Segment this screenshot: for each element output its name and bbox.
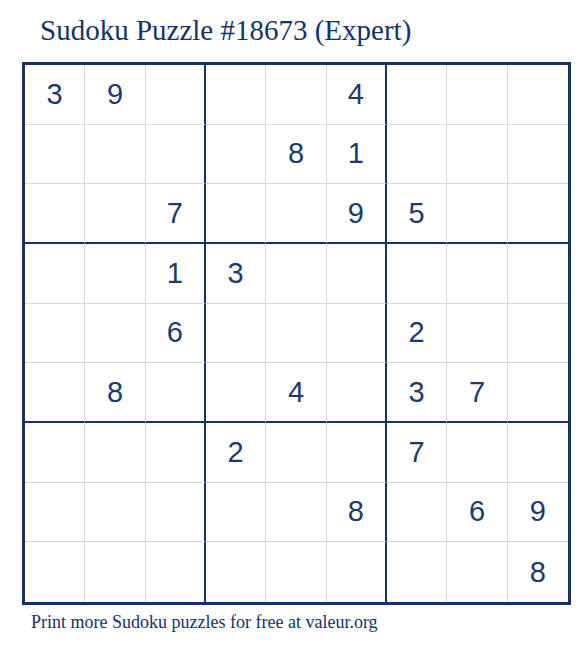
cell-r9c7 (387, 542, 447, 602)
cell-r7c1 (25, 423, 85, 483)
cell-r2c1 (25, 125, 85, 185)
cell-r6c5: 4 (266, 363, 326, 423)
cell-r2c5: 8 (266, 125, 326, 185)
cell-r1c1: 3 (25, 65, 85, 125)
cell-r8c6: 8 (327, 483, 387, 543)
cell-r4c1 (25, 244, 85, 304)
cell-r3c9 (508, 184, 568, 244)
cell-r2c2 (85, 125, 145, 185)
cell-r5c7: 2 (387, 304, 447, 364)
cell-r1c8 (447, 65, 507, 125)
cell-r3c8 (447, 184, 507, 244)
cell-r6c3 (146, 363, 206, 423)
cell-r5c6 (327, 304, 387, 364)
cell-r4c2 (85, 244, 145, 304)
cell-r7c7: 7 (387, 423, 447, 483)
cell-r9c6 (327, 542, 387, 602)
cell-r2c4 (206, 125, 266, 185)
cell-r9c8 (447, 542, 507, 602)
cell-r4c8 (447, 244, 507, 304)
cell-r6c2: 8 (85, 363, 145, 423)
cell-r2c3 (146, 125, 206, 185)
cell-r4c9 (508, 244, 568, 304)
cell-r6c4 (206, 363, 266, 423)
cell-r5c8 (447, 304, 507, 364)
cell-r4c3: 1 (146, 244, 206, 304)
cell-r1c9 (508, 65, 568, 125)
cell-r5c4 (206, 304, 266, 364)
cell-r4c7 (387, 244, 447, 304)
cell-r5c9 (508, 304, 568, 364)
cell-r7c6 (327, 423, 387, 483)
cell-r1c5 (266, 65, 326, 125)
cell-r9c5 (266, 542, 326, 602)
cell-r9c2 (85, 542, 145, 602)
cell-r8c2 (85, 483, 145, 543)
cell-r6c7: 3 (387, 363, 447, 423)
page-title: Sudoku Puzzle #18673 (Expert) (40, 14, 411, 47)
cell-r7c2 (85, 423, 145, 483)
cell-r9c4 (206, 542, 266, 602)
cell-r9c1 (25, 542, 85, 602)
cell-r7c4: 2 (206, 423, 266, 483)
cell-r1c6: 4 (327, 65, 387, 125)
cell-r4c6 (327, 244, 387, 304)
cell-r3c5 (266, 184, 326, 244)
cell-r1c7 (387, 65, 447, 125)
cell-r4c4: 3 (206, 244, 266, 304)
cell-r3c4 (206, 184, 266, 244)
cell-r8c3 (146, 483, 206, 543)
cell-r6c8: 7 (447, 363, 507, 423)
cell-r1c2: 9 (85, 65, 145, 125)
cell-r7c3 (146, 423, 206, 483)
cell-r3c7: 5 (387, 184, 447, 244)
cell-r2c6: 1 (327, 125, 387, 185)
cell-r3c3: 7 (146, 184, 206, 244)
cell-r6c9 (508, 363, 568, 423)
cell-r8c7 (387, 483, 447, 543)
sudoku-page: Sudoku Puzzle #18673 (Expert) 3948179513… (0, 0, 580, 651)
cell-r4c5 (266, 244, 326, 304)
cell-r7c8 (447, 423, 507, 483)
cell-r3c6: 9 (327, 184, 387, 244)
cell-r9c3 (146, 542, 206, 602)
cell-r1c4 (206, 65, 266, 125)
cell-r5c2 (85, 304, 145, 364)
footer-text: Print more Sudoku puzzles for free at va… (31, 612, 378, 633)
cell-r2c7 (387, 125, 447, 185)
cell-r3c2 (85, 184, 145, 244)
cell-r8c1 (25, 483, 85, 543)
cell-r7c5 (266, 423, 326, 483)
cell-r8c8: 6 (447, 483, 507, 543)
sudoku-grid: 3948179513628437278698 (22, 62, 571, 605)
cell-r8c5 (266, 483, 326, 543)
cell-r3c1 (25, 184, 85, 244)
cell-r2c9 (508, 125, 568, 185)
cell-r7c9 (508, 423, 568, 483)
cell-r8c4 (206, 483, 266, 543)
cell-r1c3 (146, 65, 206, 125)
cell-r6c1 (25, 363, 85, 423)
cell-r5c1 (25, 304, 85, 364)
cell-r2c8 (447, 125, 507, 185)
cell-r6c6 (327, 363, 387, 423)
cell-r8c9: 9 (508, 483, 568, 543)
cell-r5c5 (266, 304, 326, 364)
cell-r5c3: 6 (146, 304, 206, 364)
cell-r9c9: 8 (508, 542, 568, 602)
